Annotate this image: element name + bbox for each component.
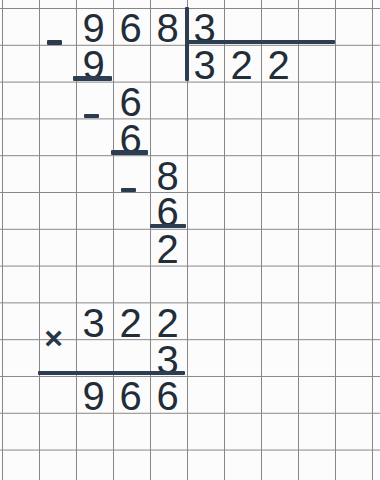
digit: 6 <box>112 83 149 120</box>
minus-sign <box>47 40 62 44</box>
times-sign: × <box>39 323 69 353</box>
digit: 2 <box>260 46 297 83</box>
digit: 8 <box>149 157 186 194</box>
division-bracket-vertical <box>185 7 190 81</box>
rule-line-subtraction-line-2 <box>111 150 148 155</box>
rule-line-subtraction-line-3 <box>150 224 186 229</box>
digit: 6 <box>149 378 186 415</box>
digit: 9 <box>75 378 112 415</box>
digit: 2 <box>223 46 260 83</box>
rule-line-subtraction-line-1 <box>73 76 112 81</box>
rule-line-quotient-overline <box>187 40 335 45</box>
minus-sign <box>121 188 136 192</box>
digit: 2 <box>149 230 186 267</box>
digit: 6 <box>112 10 149 47</box>
rule-line-product-line <box>38 371 185 376</box>
minus-sign <box>84 114 99 118</box>
digit: 2 <box>112 304 149 341</box>
squared-paper: 96839322668623223966× <box>0 0 380 480</box>
digit: 2 <box>149 304 186 341</box>
digit: 3 <box>186 46 223 83</box>
digit: 3 <box>75 304 112 341</box>
digit: 9 <box>75 10 112 47</box>
digit: 6 <box>112 378 149 415</box>
digit: 8 <box>149 10 186 47</box>
